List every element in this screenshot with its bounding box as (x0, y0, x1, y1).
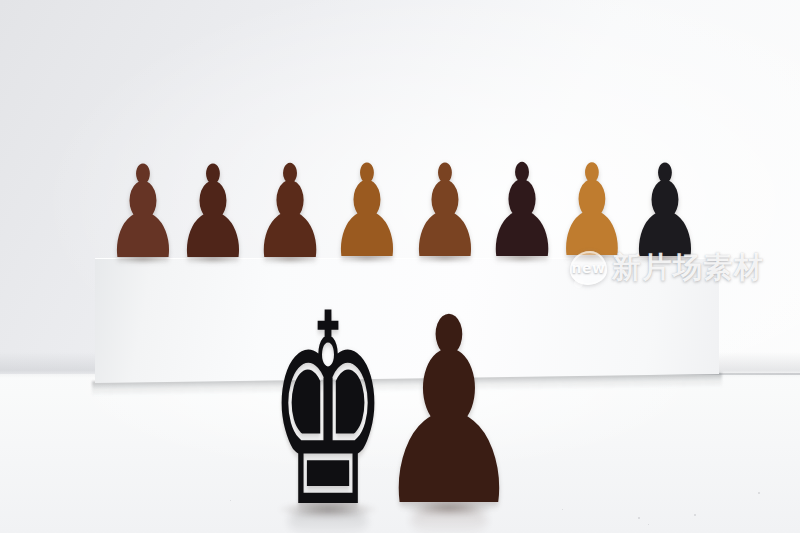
chess-piece-pawn-8: ♟ (608, 128, 723, 256)
chess-piece-pawn-front: ♟ (333, 244, 564, 502)
pawn-glyph: ♟ (626, 148, 704, 276)
pawn-glyph: ♟ (374, 284, 524, 533)
chess-photo-scene: ♟♟♟♟♟♟♟♟♚♟ new 新片场素材 (0, 0, 800, 533)
chess-pieces-layer: ♟♟♟♟♟♟♟♟♚♟ (0, 0, 800, 533)
